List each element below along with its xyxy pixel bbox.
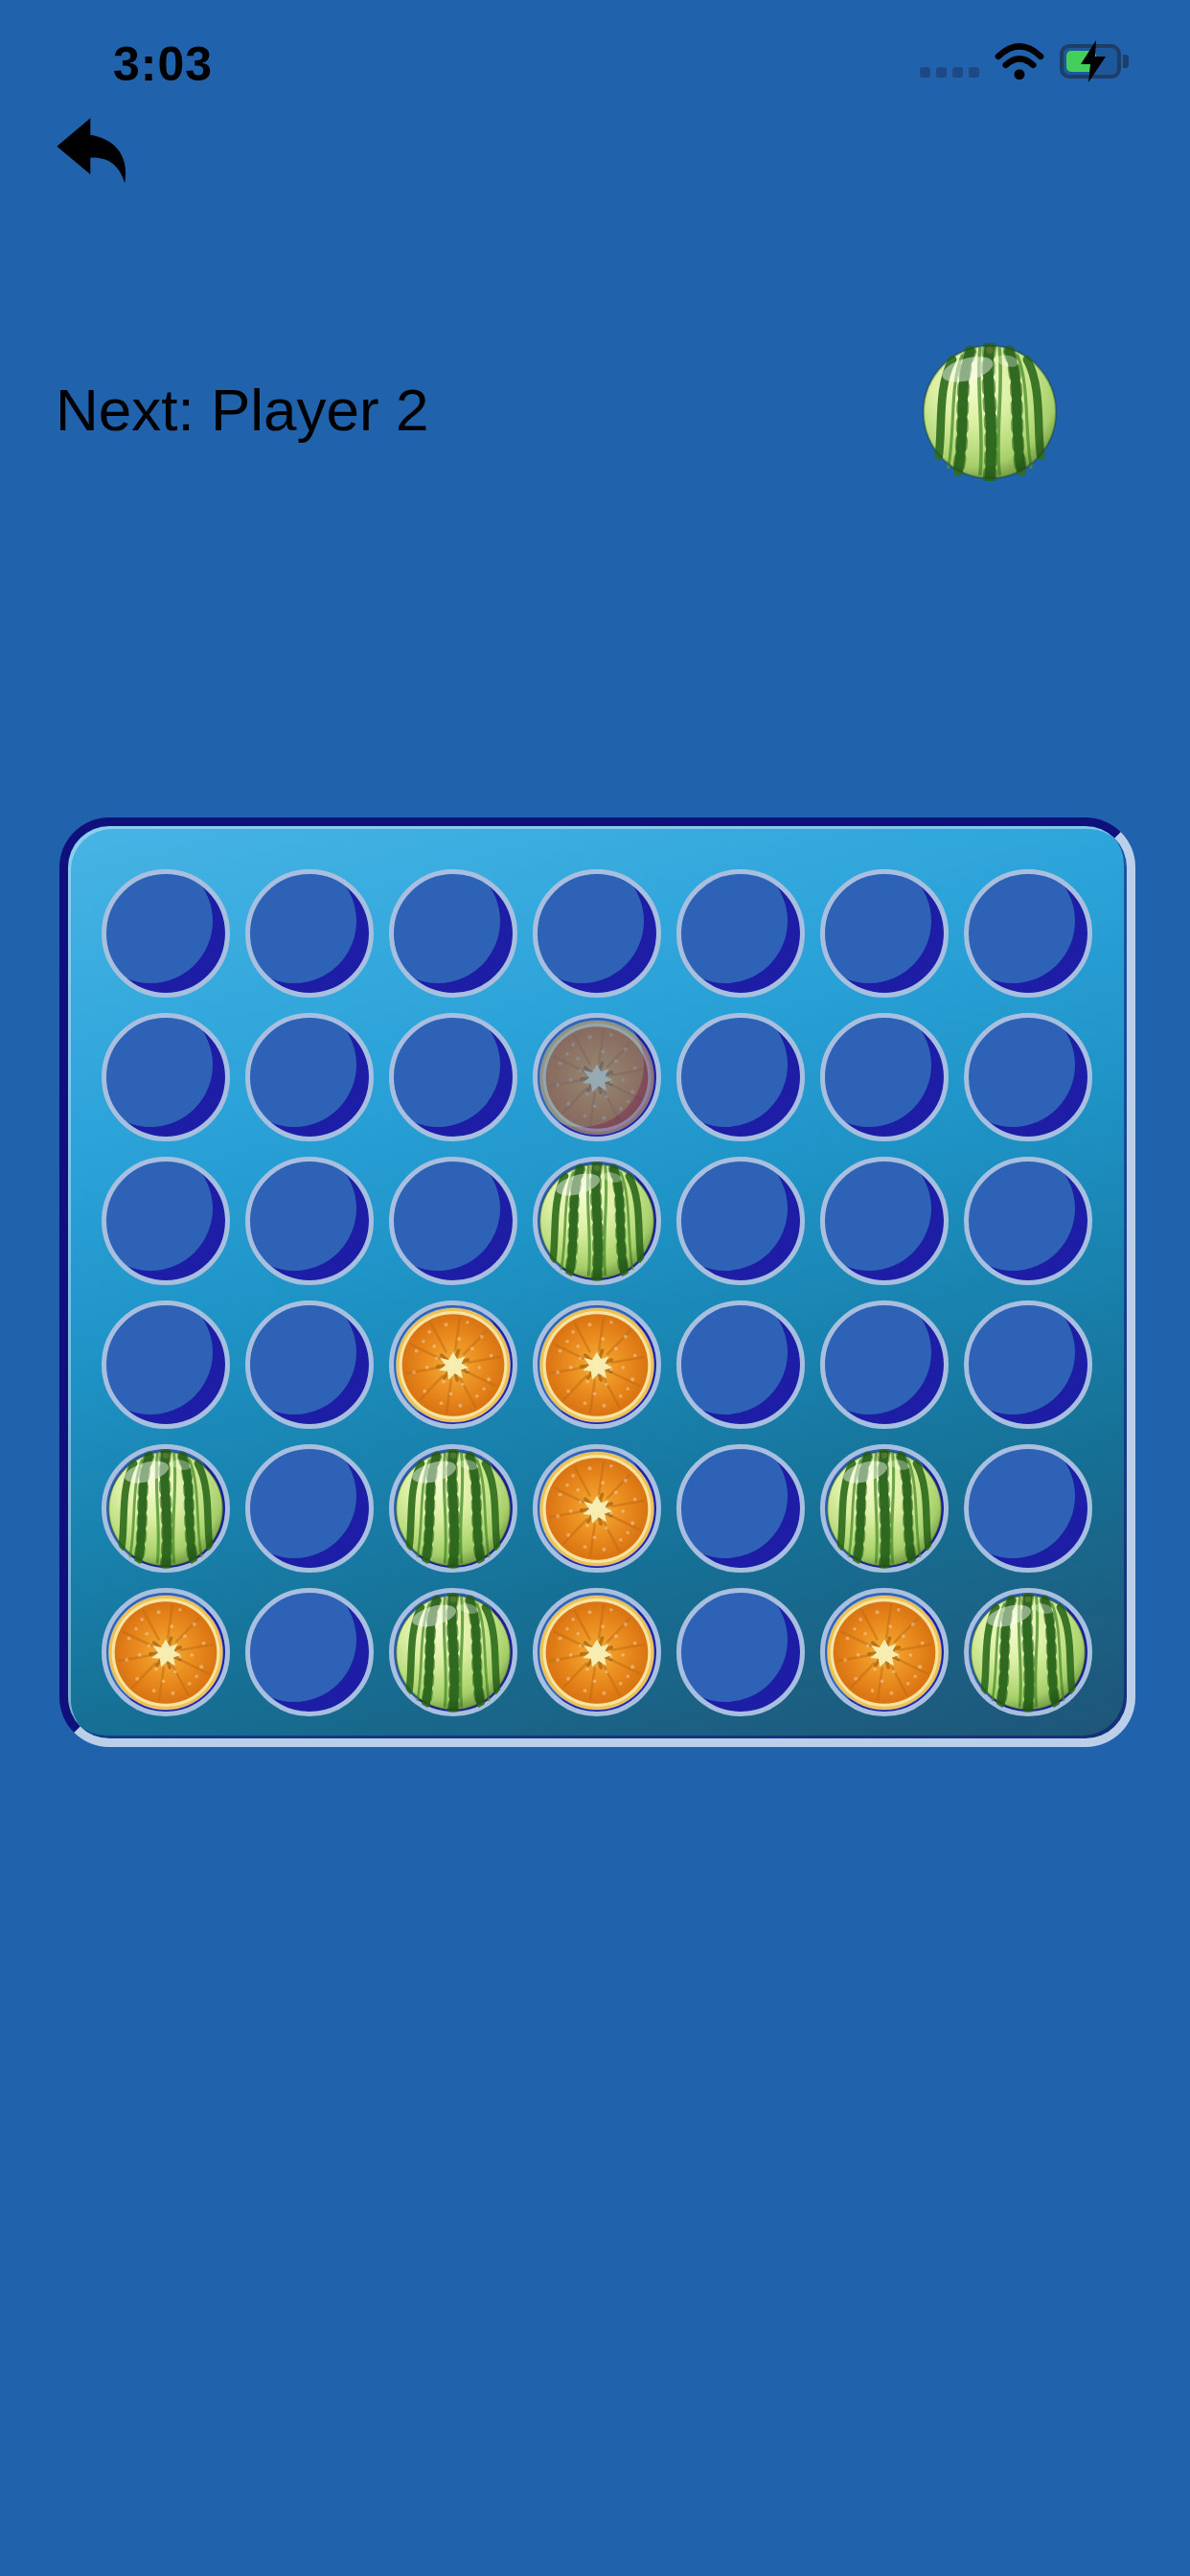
- board-cell-r3c2[interactable]: [238, 1149, 381, 1293]
- board-hole: [533, 1588, 661, 1716]
- watermelon-piece: [106, 1448, 225, 1570]
- board-cell-r2c3[interactable]: [381, 1005, 525, 1149]
- orange-piece: [538, 1592, 656, 1713]
- board-hole: [245, 1588, 374, 1716]
- watermelon-piece: [538, 1161, 656, 1282]
- board-hole: [533, 869, 661, 998]
- board-hole: [676, 869, 805, 998]
- board-hole: [964, 1157, 1092, 1285]
- board-hole: [389, 869, 517, 998]
- board-cell-r6c3[interactable]: [381, 1580, 525, 1724]
- board-cell-r2c6[interactable]: [812, 1005, 956, 1149]
- wifi-icon: [995, 42, 1044, 80]
- orange-piece: [106, 1592, 225, 1713]
- board-hole: [964, 869, 1092, 998]
- charging-bolt-icon: [1077, 39, 1110, 83]
- board-hole: [676, 1588, 805, 1716]
- board-hole: [102, 1444, 230, 1573]
- board-cell-r4c4[interactable]: [525, 1293, 669, 1437]
- board-cell-r3c7[interactable]: [956, 1149, 1100, 1293]
- board-hole: [676, 1444, 805, 1573]
- board-hole: [820, 1013, 949, 1141]
- board-hole: [102, 1588, 230, 1716]
- orange-piece: [825, 1592, 944, 1713]
- board-cell-r6c6[interactable]: [812, 1580, 956, 1724]
- watermelon-piece: [394, 1448, 513, 1570]
- board-hole: [533, 1157, 661, 1285]
- board-hole: [533, 1300, 661, 1429]
- board-cell-r4c3[interactable]: [381, 1293, 525, 1437]
- board-hole: [964, 1300, 1092, 1429]
- board-cell-r5c1[interactable]: [94, 1437, 238, 1580]
- board-hole: [102, 1300, 230, 1429]
- orange-piece: [538, 1448, 656, 1570]
- board-hole: [102, 1157, 230, 1285]
- board-hole: [964, 1444, 1092, 1573]
- board-hole: [389, 1013, 517, 1141]
- board-cell-r2c4[interactable]: [525, 1005, 669, 1149]
- cellular-signal-icon: [920, 46, 979, 78]
- next-player-piece-watermelon-icon: [921, 343, 1059, 481]
- board-hole: [245, 1157, 374, 1285]
- board-cell-r6c5[interactable]: [669, 1580, 812, 1724]
- board-hole: [964, 1588, 1092, 1716]
- board-cell-r3c4[interactable]: [525, 1149, 669, 1293]
- board-cell-r5c5[interactable]: [669, 1437, 812, 1580]
- board-cell-r1c6[interactable]: [812, 862, 956, 1005]
- board-cell-r2c7[interactable]: [956, 1005, 1100, 1149]
- board-hole: [676, 1013, 805, 1141]
- board-cell-r6c7[interactable]: [956, 1580, 1100, 1724]
- board-cell-r2c5[interactable]: [669, 1005, 812, 1149]
- orange-piece: [538, 1304, 656, 1426]
- board-hole: [820, 1444, 949, 1573]
- board-hole: [389, 1157, 517, 1285]
- board-hole: [245, 1013, 374, 1141]
- orange-piece: [394, 1304, 513, 1426]
- game-board: [59, 817, 1135, 1747]
- board-cell-r4c5[interactable]: [669, 1293, 812, 1437]
- back-arrow-icon: [50, 109, 138, 197]
- board-cell-r1c4[interactable]: [525, 862, 669, 1005]
- board-hole: [389, 1300, 517, 1429]
- board-cell-r4c2[interactable]: [238, 1293, 381, 1437]
- app-screen: 3:03 Next: Player 2: [0, 0, 1190, 2576]
- board-hole: [533, 1013, 661, 1141]
- board-cell-r4c6[interactable]: [812, 1293, 956, 1437]
- watermelon-piece: [969, 1592, 1087, 1713]
- board-cell-r3c3[interactable]: [381, 1149, 525, 1293]
- board-hole: [389, 1444, 517, 1573]
- board-cell-r5c3[interactable]: [381, 1437, 525, 1580]
- board-hole: [245, 1300, 374, 1429]
- board-cell-r5c2[interactable]: [238, 1437, 381, 1580]
- board-cell-r6c4[interactable]: [525, 1580, 669, 1724]
- battery-charging-icon: [1060, 43, 1131, 80]
- board-hole: [102, 869, 230, 998]
- board-cell-r6c2[interactable]: [238, 1580, 381, 1724]
- board-cell-r5c4[interactable]: [525, 1437, 669, 1580]
- board-cell-r5c7[interactable]: [956, 1437, 1100, 1580]
- board-cell-r1c7[interactable]: [956, 862, 1100, 1005]
- status-time: 3:03: [113, 36, 213, 92]
- board-cell-r3c5[interactable]: [669, 1149, 812, 1293]
- board-cell-r1c5[interactable]: [669, 862, 812, 1005]
- board-cell-r1c2[interactable]: [238, 862, 381, 1005]
- board-grid: [94, 862, 1100, 1724]
- next-turn-label: Next: Player 2: [56, 376, 428, 444]
- board-hole: [245, 1444, 374, 1573]
- board-hole: [820, 869, 949, 998]
- board-cell-r6c1[interactable]: [94, 1580, 238, 1724]
- board-cell-r4c7[interactable]: [956, 1293, 1100, 1437]
- watermelon-piece: [825, 1448, 944, 1570]
- back-button[interactable]: [50, 109, 138, 197]
- board-hole: [102, 1013, 230, 1141]
- board-hole: [533, 1444, 661, 1573]
- board-cell-r1c1[interactable]: [94, 862, 238, 1005]
- board-cell-r2c1[interactable]: [94, 1005, 238, 1149]
- board-hole: [820, 1300, 949, 1429]
- orange-ghost-piece: [538, 1017, 656, 1138]
- board-hole: [964, 1013, 1092, 1141]
- board-cell-r3c6[interactable]: [812, 1149, 956, 1293]
- board-hole: [676, 1300, 805, 1429]
- board-cell-r1c3[interactable]: [381, 862, 525, 1005]
- board-hole: [820, 1157, 949, 1285]
- board-cell-r3c1[interactable]: [94, 1149, 238, 1293]
- board-hole: [389, 1588, 517, 1716]
- board-cell-r5c6[interactable]: [812, 1437, 956, 1580]
- board-hole: [820, 1588, 949, 1716]
- board-hole: [245, 869, 374, 998]
- board-cell-r2c2[interactable]: [238, 1005, 381, 1149]
- board-hole: [676, 1157, 805, 1285]
- watermelon-piece: [394, 1592, 513, 1713]
- board-cell-r4c1[interactable]: [94, 1293, 238, 1437]
